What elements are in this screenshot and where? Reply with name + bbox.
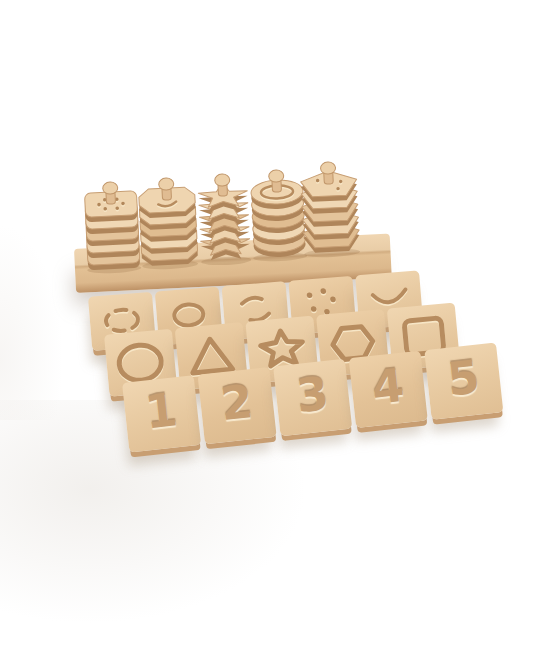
number-glyph: 2	[218, 378, 255, 427]
number-tile-1: 1	[122, 375, 201, 452]
number-glyph: 3	[294, 370, 331, 419]
number-tile-3: 3	[273, 359, 352, 436]
number-glyph: 4	[370, 362, 407, 411]
background-shadow-tint	[0, 400, 560, 655]
number-tile-4: 4	[349, 351, 428, 428]
product-photo: 1 2 3 4 5	[0, 0, 560, 655]
number-glyph: 5	[445, 353, 482, 402]
number-glyph: 1	[143, 386, 180, 435]
number-tile-2: 2	[198, 367, 277, 444]
number-tile-5: 5	[424, 342, 503, 419]
stack-pentagon-pieces	[296, 156, 365, 259]
